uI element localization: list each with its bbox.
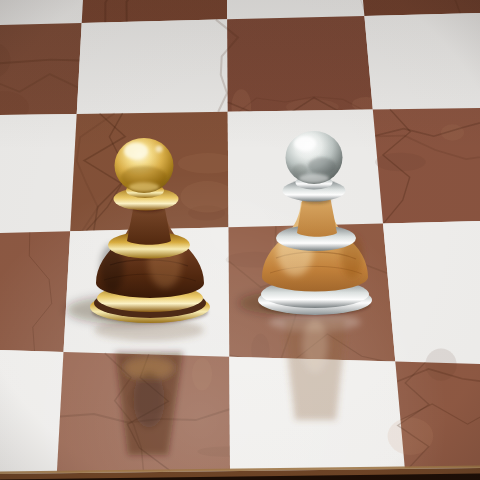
chess-board <box>0 0 480 480</box>
board-photo <box>0 0 480 480</box>
vignette <box>0 0 480 480</box>
